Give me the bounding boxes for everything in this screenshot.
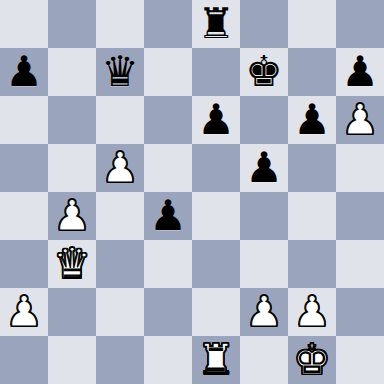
square-c4[interactable] [96,192,144,240]
square-g1[interactable]: ♚ [288,336,336,384]
square-d6[interactable] [144,96,192,144]
square-f4[interactable] [240,192,288,240]
piece-white-pawn-a2[interactable]: ♟ [5,288,43,336]
piece-white-pawn-h6[interactable]: ♟ [341,96,379,144]
square-g7[interactable] [288,48,336,96]
square-c6[interactable] [96,96,144,144]
square-c1[interactable] [96,336,144,384]
square-e8[interactable]: ♜ [192,0,240,48]
square-d7[interactable] [144,48,192,96]
square-g5[interactable] [288,144,336,192]
piece-black-pawn-e6[interactable]: ♟ [197,96,235,144]
square-g8[interactable] [288,0,336,48]
square-e5[interactable] [192,144,240,192]
square-b4[interactable]: ♟ [48,192,96,240]
square-d3[interactable] [144,240,192,288]
piece-black-rook-e8[interactable]: ♜ [197,0,235,48]
square-d5[interactable] [144,144,192,192]
piece-white-rook-e1[interactable]: ♜ [197,336,235,384]
square-h3[interactable] [336,240,384,288]
square-a2[interactable]: ♟ [0,288,48,336]
square-e2[interactable] [192,288,240,336]
square-c3[interactable] [96,240,144,288]
square-g6[interactable]: ♟ [288,96,336,144]
square-b8[interactable] [48,0,96,48]
piece-white-pawn-f2[interactable]: ♟ [245,288,283,336]
piece-black-pawn-f5[interactable]: ♟ [245,144,283,192]
square-g2[interactable]: ♟ [288,288,336,336]
square-c8[interactable] [96,0,144,48]
square-h5[interactable] [336,144,384,192]
square-b1[interactable] [48,336,96,384]
piece-white-pawn-g2[interactable]: ♟ [293,288,331,336]
square-d8[interactable] [144,0,192,48]
square-e4[interactable] [192,192,240,240]
square-c2[interactable] [96,288,144,336]
square-a8[interactable] [0,0,48,48]
square-h2[interactable] [336,288,384,336]
square-h4[interactable] [336,192,384,240]
square-a4[interactable] [0,192,48,240]
square-b6[interactable] [48,96,96,144]
square-f6[interactable] [240,96,288,144]
piece-black-pawn-a7[interactable]: ♟ [5,48,43,96]
square-f8[interactable] [240,0,288,48]
square-f3[interactable] [240,240,288,288]
square-f5[interactable]: ♟ [240,144,288,192]
chess-board: ♜♟♛♚♟♟♟♟♟♟♟♟♛♟♟♟♜♚ [0,0,384,384]
piece-white-queen-b3[interactable]: ♛ [53,240,91,288]
square-d1[interactable] [144,336,192,384]
square-e3[interactable] [192,240,240,288]
square-h8[interactable] [336,0,384,48]
square-d2[interactable] [144,288,192,336]
square-e1[interactable]: ♜ [192,336,240,384]
square-f1[interactable] [240,336,288,384]
square-h6[interactable]: ♟ [336,96,384,144]
square-h7[interactable]: ♟ [336,48,384,96]
square-c5[interactable]: ♟ [96,144,144,192]
piece-black-pawn-g6[interactable]: ♟ [293,96,331,144]
square-e7[interactable] [192,48,240,96]
square-f7[interactable]: ♚ [240,48,288,96]
square-a3[interactable] [0,240,48,288]
square-b2[interactable] [48,288,96,336]
square-b5[interactable] [48,144,96,192]
piece-white-king-g1[interactable]: ♚ [293,336,331,384]
piece-black-pawn-h7[interactable]: ♟ [341,48,379,96]
square-h1[interactable] [336,336,384,384]
square-e6[interactable]: ♟ [192,96,240,144]
piece-white-pawn-b4[interactable]: ♟ [53,192,91,240]
square-b7[interactable] [48,48,96,96]
square-a7[interactable]: ♟ [0,48,48,96]
square-g3[interactable] [288,240,336,288]
square-b3[interactable]: ♛ [48,240,96,288]
square-d4[interactable]: ♟ [144,192,192,240]
piece-black-king-f7[interactable]: ♚ [245,48,283,96]
piece-black-queen-c7[interactable]: ♛ [101,48,139,96]
square-a1[interactable] [0,336,48,384]
square-f2[interactable]: ♟ [240,288,288,336]
square-a6[interactable] [0,96,48,144]
square-c7[interactable]: ♛ [96,48,144,96]
piece-white-pawn-c5[interactable]: ♟ [101,144,139,192]
square-g4[interactable] [288,192,336,240]
square-a5[interactable] [0,144,48,192]
chess-app: ♜♟♛♚♟♟♟♟♟♟♟♟♛♟♟♟♜♚ [0,0,384,384]
piece-black-pawn-d4[interactable]: ♟ [149,192,187,240]
